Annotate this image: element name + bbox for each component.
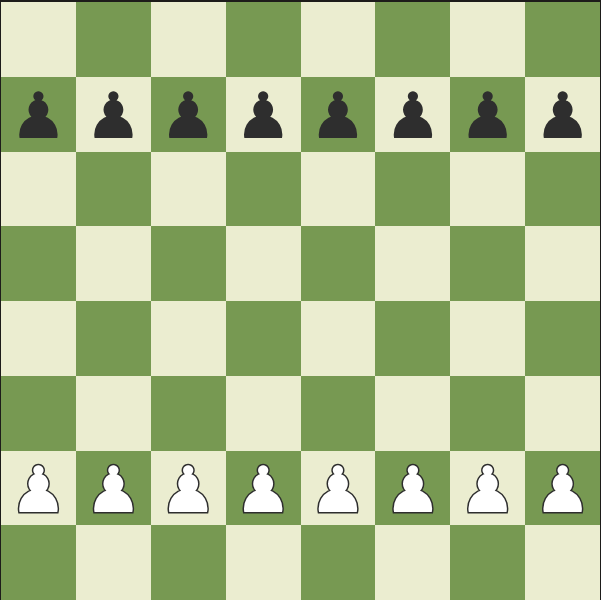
- square-h7[interactable]: ♟: [525, 77, 600, 152]
- square-d1[interactable]: [226, 525, 301, 600]
- square-d2[interactable]: ♟: [226, 451, 301, 526]
- white-pawn[interactable]: ♟: [459, 458, 516, 522]
- square-b3[interactable]: [76, 376, 151, 451]
- square-h6[interactable]: [525, 152, 600, 227]
- square-g8[interactable]: [450, 2, 525, 77]
- square-f6[interactable]: [375, 152, 450, 227]
- white-pawn[interactable]: ♟: [160, 458, 217, 522]
- square-g1[interactable]: [450, 525, 525, 600]
- square-f7[interactable]: ♟: [375, 77, 450, 152]
- square-f2[interactable]: ♟: [375, 451, 450, 526]
- square-e7[interactable]: ♟: [301, 77, 376, 152]
- chess-board: ♟♟♟♟♟♟♟♟♟♟♟♟♟♟♟♟: [0, 0, 601, 600]
- square-c7[interactable]: ♟: [151, 77, 226, 152]
- white-pawn[interactable]: ♟: [534, 458, 591, 522]
- square-a6[interactable]: [1, 152, 76, 227]
- square-d5[interactable]: [226, 226, 301, 301]
- square-b8[interactable]: [76, 2, 151, 77]
- square-f3[interactable]: [375, 376, 450, 451]
- square-e6[interactable]: [301, 152, 376, 227]
- square-e5[interactable]: [301, 226, 376, 301]
- black-pawn[interactable]: ♟: [459, 84, 516, 148]
- square-g7[interactable]: ♟: [450, 77, 525, 152]
- square-a8[interactable]: [1, 2, 76, 77]
- square-e8[interactable]: [301, 2, 376, 77]
- square-b5[interactable]: [76, 226, 151, 301]
- square-c3[interactable]: [151, 376, 226, 451]
- black-pawn[interactable]: ♟: [10, 84, 67, 148]
- square-h2[interactable]: ♟: [525, 451, 600, 526]
- white-pawn[interactable]: ♟: [10, 458, 67, 522]
- black-pawn[interactable]: ♟: [384, 84, 441, 148]
- square-b2[interactable]: ♟: [76, 451, 151, 526]
- square-f8[interactable]: [375, 2, 450, 77]
- black-pawn[interactable]: ♟: [160, 84, 217, 148]
- black-pawn[interactable]: ♟: [309, 84, 366, 148]
- square-h3[interactable]: [525, 376, 600, 451]
- square-b1[interactable]: [76, 525, 151, 600]
- square-b4[interactable]: [76, 301, 151, 376]
- square-d8[interactable]: [226, 2, 301, 77]
- square-e4[interactable]: [301, 301, 376, 376]
- white-pawn[interactable]: ♟: [309, 458, 366, 522]
- square-d4[interactable]: [226, 301, 301, 376]
- square-d7[interactable]: ♟: [226, 77, 301, 152]
- square-e3[interactable]: [301, 376, 376, 451]
- square-c8[interactable]: [151, 2, 226, 77]
- square-c6[interactable]: [151, 152, 226, 227]
- square-h1[interactable]: [525, 525, 600, 600]
- square-a2[interactable]: ♟: [1, 451, 76, 526]
- square-a3[interactable]: [1, 376, 76, 451]
- square-c5[interactable]: [151, 226, 226, 301]
- white-pawn[interactable]: ♟: [384, 458, 441, 522]
- black-pawn[interactable]: ♟: [85, 84, 142, 148]
- square-a1[interactable]: [1, 525, 76, 600]
- square-c4[interactable]: [151, 301, 226, 376]
- square-d3[interactable]: [226, 376, 301, 451]
- square-f4[interactable]: [375, 301, 450, 376]
- white-pawn[interactable]: ♟: [234, 458, 291, 522]
- square-h8[interactable]: [525, 2, 600, 77]
- square-g3[interactable]: [450, 376, 525, 451]
- black-pawn[interactable]: ♟: [234, 84, 291, 148]
- square-a7[interactable]: ♟: [1, 77, 76, 152]
- square-g2[interactable]: ♟: [450, 451, 525, 526]
- square-d6[interactable]: [226, 152, 301, 227]
- square-b7[interactable]: ♟: [76, 77, 151, 152]
- white-pawn[interactable]: ♟: [85, 458, 142, 522]
- square-e2[interactable]: ♟: [301, 451, 376, 526]
- square-a5[interactable]: [1, 226, 76, 301]
- square-b6[interactable]: [76, 152, 151, 227]
- square-h4[interactable]: [525, 301, 600, 376]
- square-a4[interactable]: [1, 301, 76, 376]
- square-g4[interactable]: [450, 301, 525, 376]
- square-h5[interactable]: [525, 226, 600, 301]
- square-g5[interactable]: [450, 226, 525, 301]
- square-e1[interactable]: [301, 525, 376, 600]
- square-c2[interactable]: ♟: [151, 451, 226, 526]
- black-pawn[interactable]: ♟: [534, 84, 591, 148]
- square-f1[interactable]: [375, 525, 450, 600]
- square-f5[interactable]: [375, 226, 450, 301]
- chess-board-grid: ♟♟♟♟♟♟♟♟♟♟♟♟♟♟♟♟: [1, 2, 600, 600]
- square-c1[interactable]: [151, 525, 226, 600]
- square-g6[interactable]: [450, 152, 525, 227]
